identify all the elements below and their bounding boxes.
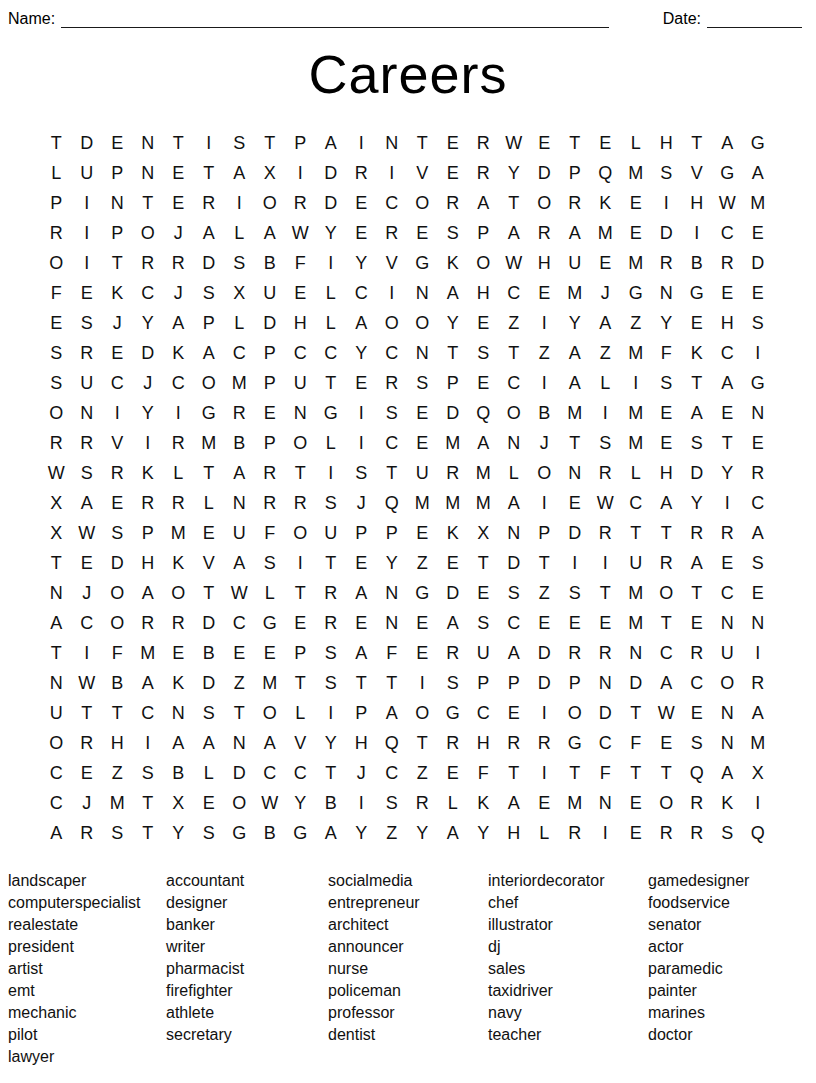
- grid-cell-r10c9: N: [285, 398, 316, 428]
- grid-cell-r23c18: M: [560, 788, 591, 818]
- grid-cell-r24c6: S: [194, 818, 225, 848]
- grid-cell-r20c13: O: [407, 698, 438, 728]
- grid-cell-r12c8: R: [255, 458, 286, 488]
- word-item-foodservice: foodservice: [648, 892, 816, 914]
- word-item-socialmedia: socialmedia: [328, 870, 488, 892]
- grid-cell-r24c9: G: [285, 818, 316, 848]
- word-item-secretary: secretary: [166, 1024, 328, 1046]
- grid-cell-r13c9: R: [285, 488, 316, 518]
- grid-cell-r5c19: E: [590, 248, 621, 278]
- grid-cell-r14c2: W: [72, 518, 103, 548]
- grid-cell-r23c4: T: [133, 788, 164, 818]
- grid-cell-r24c17: L: [529, 818, 560, 848]
- grid-cell-r7c11: A: [346, 308, 377, 338]
- grid-cell-r22c4: S: [133, 758, 164, 788]
- grid-cell-r10c4: Y: [133, 398, 164, 428]
- grid-cell-r12c5: L: [163, 458, 194, 488]
- grid-cell-r19c4: A: [133, 668, 164, 698]
- grid-cell-r23c16: A: [499, 788, 530, 818]
- grid-cell-r8c18: A: [560, 338, 591, 368]
- grid-cell-r10c17: B: [529, 398, 560, 428]
- grid-cell-r19c11: T: [346, 668, 377, 698]
- grid-cell-r11c16: N: [499, 428, 530, 458]
- grid-cell-r22c22: Q: [682, 758, 713, 788]
- grid-cell-r6c9: E: [285, 278, 316, 308]
- word-item-realestate: realestate: [8, 914, 166, 936]
- grid-cell-r1c21: H: [651, 128, 682, 158]
- grid-cell-r14c24: A: [743, 518, 774, 548]
- grid-cell-r14c21: T: [651, 518, 682, 548]
- grid-cell-r24c20: E: [621, 818, 652, 848]
- grid-cell-r15c19: I: [590, 548, 621, 578]
- grid-cell-r8c9: C: [285, 338, 316, 368]
- grid-cell-r13c1: X: [41, 488, 72, 518]
- word-item-artist: artist: [8, 958, 166, 980]
- grid-cell-r3c7: I: [224, 188, 255, 218]
- grid-cell-r16c15: E: [468, 578, 499, 608]
- grid-cell-r10c1: O: [41, 398, 72, 428]
- grid-cell-r19c21: A: [651, 668, 682, 698]
- grid-cell-r16c1: N: [41, 578, 72, 608]
- grid-cell-r14c5: M: [163, 518, 194, 548]
- word-item-lawyer: lawyer: [8, 1046, 166, 1068]
- grid-cell-r18c14: R: [438, 638, 469, 668]
- grid-cell-r23c5: X: [163, 788, 194, 818]
- grid-cell-r22c21: T: [651, 758, 682, 788]
- grid-cell-r2c14: E: [438, 158, 469, 188]
- grid-cell-r13c15: M: [468, 488, 499, 518]
- grid-cell-r11c23: T: [712, 428, 743, 458]
- grid-cell-r20c3: T: [102, 698, 133, 728]
- grid-cell-r8c23: C: [712, 338, 743, 368]
- grid-cell-r6c1: F: [41, 278, 72, 308]
- grid-cell-r23c23: K: [712, 788, 743, 818]
- worksheet-page: Name: Date: Careers TDENTISTPAINTERWETEL…: [0, 0, 816, 1083]
- grid-cell-r14c11: P: [346, 518, 377, 548]
- grid-cell-r12c15: M: [468, 458, 499, 488]
- grid-cell-r23c21: O: [651, 788, 682, 818]
- grid-cell-r12c24: R: [743, 458, 774, 488]
- grid-cell-r21c13: T: [407, 728, 438, 758]
- word-list-column-4: interiordecoratorchefillustratordjsalest…: [488, 870, 648, 1068]
- grid-cell-r5c6: D: [194, 248, 225, 278]
- grid-cell-r17c16: C: [499, 608, 530, 638]
- grid-cell-r5c2: I: [72, 248, 103, 278]
- grid-cell-r11c18: T: [560, 428, 591, 458]
- word-item-pharmacist: pharmacist: [166, 958, 328, 980]
- grid-cell-r1c4: N: [133, 128, 164, 158]
- grid-cell-r21c18: G: [560, 728, 591, 758]
- grid-cell-r17c5: R: [163, 608, 194, 638]
- grid-cell-r21c6: A: [194, 728, 225, 758]
- grid-cell-r5c22: B: [682, 248, 713, 278]
- word-list: landscapercomputerspecialistrealestatepr…: [0, 870, 816, 1068]
- grid-cell-r14c16: N: [499, 518, 530, 548]
- grid-cell-r13c17: I: [529, 488, 560, 518]
- grid-cell-r12c6: T: [194, 458, 225, 488]
- grid-cell-r10c24: N: [743, 398, 774, 428]
- grid-cell-r6c13: N: [407, 278, 438, 308]
- word-item-policeman: policeman: [328, 980, 488, 1002]
- grid-cell-r8c16: T: [499, 338, 530, 368]
- grid-cell-r1c17: E: [529, 128, 560, 158]
- grid-cell-r4c16: A: [499, 218, 530, 248]
- grid-cell-r7c5: A: [163, 308, 194, 338]
- grid-cell-r23c17: E: [529, 788, 560, 818]
- grid-cell-r22c16: T: [499, 758, 530, 788]
- word-item-nurse: nurse: [328, 958, 488, 980]
- grid-cell-r11c11: I: [346, 428, 377, 458]
- grid-cell-r19c19: N: [590, 668, 621, 698]
- grid-cell-r12c17: O: [529, 458, 560, 488]
- grid-cell-r5c15: O: [468, 248, 499, 278]
- grid-cell-r20c24: A: [743, 698, 774, 728]
- word-item-dj: dj: [488, 936, 648, 958]
- grid-cell-r7c3: J: [102, 308, 133, 338]
- grid-cell-r24c21: R: [651, 818, 682, 848]
- grid-cell-r9c5: C: [163, 368, 194, 398]
- grid-cell-r20c19: D: [590, 698, 621, 728]
- grid-cell-r3c1: P: [41, 188, 72, 218]
- grid-cell-r15c4: H: [133, 548, 164, 578]
- grid-cell-r3c10: D: [316, 188, 347, 218]
- grid-cell-r5c5: R: [163, 248, 194, 278]
- grid-cell-r23c24: I: [743, 788, 774, 818]
- word-item-accountant: accountant: [166, 870, 328, 892]
- grid-cell-r6c17: E: [529, 278, 560, 308]
- grid-cell-r15c24: S: [743, 548, 774, 578]
- date-fill-line: [707, 11, 802, 28]
- grid-cell-r15c14: E: [438, 548, 469, 578]
- grid-cell-r16c3: O: [102, 578, 133, 608]
- grid-cell-r24c12: Z: [377, 818, 408, 848]
- grid-cell-r9c21: S: [651, 368, 682, 398]
- grid-cell-r3c21: I: [651, 188, 682, 218]
- word-item-doctor: doctor: [648, 1024, 816, 1046]
- word-item-interiordecorator: interiordecorator: [488, 870, 648, 892]
- grid-cell-r15c5: K: [163, 548, 194, 578]
- word-item-senator: senator: [648, 914, 816, 936]
- grid-cell-r13c20: C: [621, 488, 652, 518]
- grid-cell-r11c9: O: [285, 428, 316, 458]
- grid-cell-r7c12: O: [377, 308, 408, 338]
- grid-cell-r18c17: D: [529, 638, 560, 668]
- grid-cell-r8c15: S: [468, 338, 499, 368]
- name-label: Name:: [8, 10, 55, 28]
- grid-cell-r9c15: E: [468, 368, 499, 398]
- grid-cell-r17c10: R: [316, 608, 347, 638]
- grid-cell-r5c24: D: [743, 248, 774, 278]
- grid-cell-r6c11: C: [346, 278, 377, 308]
- grid-cell-r23c22: R: [682, 788, 713, 818]
- grid-cell-r10c20: M: [621, 398, 652, 428]
- grid-cell-r8c6: A: [194, 338, 225, 368]
- word-item-athlete: athlete: [166, 1002, 328, 1024]
- grid-cell-r17c24: N: [743, 608, 774, 638]
- grid-cell-r3c13: O: [407, 188, 438, 218]
- grid-cell-r18c11: A: [346, 638, 377, 668]
- grid-cell-r13c12: Q: [377, 488, 408, 518]
- word-item-entrepreneur: entrepreneur: [328, 892, 488, 914]
- grid-cell-r18c20: N: [621, 638, 652, 668]
- word-item-illustrator: illustrator: [488, 914, 648, 936]
- grid-cell-r24c22: R: [682, 818, 713, 848]
- grid-cell-r2c5: E: [163, 158, 194, 188]
- grid-cell-r10c23: E: [712, 398, 743, 428]
- grid-cell-r15c3: D: [102, 548, 133, 578]
- grid-cell-r5c13: G: [407, 248, 438, 278]
- grid-cell-r6c2: E: [72, 278, 103, 308]
- grid-cell-r19c20: D: [621, 668, 652, 698]
- grid-cell-r1c5: T: [163, 128, 194, 158]
- grid-cell-r22c20: T: [621, 758, 652, 788]
- grid-cell-r6c10: L: [316, 278, 347, 308]
- grid-cell-r24c1: A: [41, 818, 72, 848]
- grid-cell-r5c18: U: [560, 248, 591, 278]
- grid-cell-r20c4: C: [133, 698, 164, 728]
- grid-cell-r4c10: Y: [316, 218, 347, 248]
- grid-cell-r8c8: P: [255, 338, 286, 368]
- grid-cell-r7c9: H: [285, 308, 316, 338]
- grid-cell-r3c22: H: [682, 188, 713, 218]
- grid-cell-r11c4: I: [133, 428, 164, 458]
- grid-cell-r2c15: R: [468, 158, 499, 188]
- grid-cell-r19c3: B: [102, 668, 133, 698]
- grid-cell-r5c7: S: [224, 248, 255, 278]
- grid-cell-r14c15: X: [468, 518, 499, 548]
- grid-cell-r19c12: T: [377, 668, 408, 698]
- grid-cell-r15c9: I: [285, 548, 316, 578]
- grid-cell-r11c14: M: [438, 428, 469, 458]
- word-search-grid: TDENTISTPAINTERWETELHTAGLUPNETAXIDRIVERY…: [41, 128, 773, 848]
- grid-cell-r13c13: M: [407, 488, 438, 518]
- grid-cell-r2c9: I: [285, 158, 316, 188]
- grid-cell-r16c4: A: [133, 578, 164, 608]
- grid-cell-r21c12: Q: [377, 728, 408, 758]
- grid-cell-r1c6: I: [194, 128, 225, 158]
- grid-cell-r2c10: D: [316, 158, 347, 188]
- grid-cell-r13c5: R: [163, 488, 194, 518]
- grid-cell-r4c21: D: [651, 218, 682, 248]
- grid-cell-r12c2: S: [72, 458, 103, 488]
- grid-cell-r2c17: D: [529, 158, 560, 188]
- grid-cell-r24c7: G: [224, 818, 255, 848]
- grid-cell-r13c8: R: [255, 488, 286, 518]
- grid-cell-r7c7: L: [224, 308, 255, 338]
- grid-cell-r3c4: T: [133, 188, 164, 218]
- grid-cell-r21c15: H: [468, 728, 499, 758]
- grid-cell-r4c8: A: [255, 218, 286, 248]
- grid-cell-r17c6: D: [194, 608, 225, 638]
- grid-cell-r11c17: J: [529, 428, 560, 458]
- grid-cell-r21c24: M: [743, 728, 774, 758]
- grid-cell-r18c5: E: [163, 638, 194, 668]
- grid-cell-r24c18: R: [560, 818, 591, 848]
- grid-cell-r17c4: R: [133, 608, 164, 638]
- grid-cell-r9c2: U: [72, 368, 103, 398]
- grid-cell-r15c15: T: [468, 548, 499, 578]
- grid-cell-r1c2: D: [72, 128, 103, 158]
- grid-cell-r3c9: R: [285, 188, 316, 218]
- grid-cell-r20c5: N: [163, 698, 194, 728]
- grid-cell-r15c6: V: [194, 548, 225, 578]
- grid-cell-r18c15: U: [468, 638, 499, 668]
- grid-cell-r18c18: R: [560, 638, 591, 668]
- grid-cell-r3c19: K: [590, 188, 621, 218]
- grid-cell-r24c19: I: [590, 818, 621, 848]
- grid-cell-r14c20: T: [621, 518, 652, 548]
- grid-cell-r20c11: P: [346, 698, 377, 728]
- grid-cell-r4c22: I: [682, 218, 713, 248]
- grid-cell-r3c14: R: [438, 188, 469, 218]
- grid-cell-r16c12: N: [377, 578, 408, 608]
- grid-cell-r16c13: G: [407, 578, 438, 608]
- grid-cell-r19c8: M: [255, 668, 286, 698]
- grid-cell-r24c4: T: [133, 818, 164, 848]
- grid-cell-r2c22: V: [682, 158, 713, 188]
- grid-cell-r2c4: N: [133, 158, 164, 188]
- grid-cell-r11c1: R: [41, 428, 72, 458]
- grid-cell-r20c10: I: [316, 698, 347, 728]
- grid-cell-r4c3: P: [102, 218, 133, 248]
- grid-cell-r13c6: L: [194, 488, 225, 518]
- grid-cell-r12c4: K: [133, 458, 164, 488]
- grid-cell-r22c2: E: [72, 758, 103, 788]
- grid-cell-r6c6: S: [194, 278, 225, 308]
- grid-cell-r3c6: R: [194, 188, 225, 218]
- grid-cell-r7c13: O: [407, 308, 438, 338]
- grid-cell-r7c18: Y: [560, 308, 591, 338]
- grid-cell-r17c19: E: [590, 608, 621, 638]
- grid-cell-r21c1: O: [41, 728, 72, 758]
- grid-cell-r20c22: E: [682, 698, 713, 728]
- word-list-column-1: landscapercomputerspecialistrealestatepr…: [8, 870, 166, 1068]
- grid-cell-r15c10: T: [316, 548, 347, 578]
- grid-cell-r8c14: T: [438, 338, 469, 368]
- grid-cell-r16c17: Z: [529, 578, 560, 608]
- grid-cell-r5c17: H: [529, 248, 560, 278]
- grid-cell-r17c1: A: [41, 608, 72, 638]
- grid-cell-r17c21: T: [651, 608, 682, 638]
- grid-cell-r3c20: E: [621, 188, 652, 218]
- grid-cell-r17c23: N: [712, 608, 743, 638]
- word-item-dentist: dentist: [328, 1024, 488, 1046]
- grid-cell-r15c11: E: [346, 548, 377, 578]
- grid-cell-r15c18: I: [560, 548, 591, 578]
- grid-cell-r8c20: M: [621, 338, 652, 368]
- grid-cell-r11c2: R: [72, 428, 103, 458]
- grid-cell-r15c16: D: [499, 548, 530, 578]
- grid-cell-r11c6: M: [194, 428, 225, 458]
- grid-cell-r15c22: A: [682, 548, 713, 578]
- grid-cell-r23c12: S: [377, 788, 408, 818]
- grid-cell-r6c19: J: [590, 278, 621, 308]
- grid-cell-r14c8: F: [255, 518, 286, 548]
- grid-cell-r7c21: Y: [651, 308, 682, 338]
- grid-cell-r12c14: R: [438, 458, 469, 488]
- grid-cell-r24c11: Y: [346, 818, 377, 848]
- grid-cell-r6c15: H: [468, 278, 499, 308]
- grid-cell-r1c22: T: [682, 128, 713, 158]
- grid-cell-r20c18: O: [560, 698, 591, 728]
- grid-cell-r10c12: S: [377, 398, 408, 428]
- grid-cell-r5c1: O: [41, 248, 72, 278]
- grid-cell-r18c6: B: [194, 638, 225, 668]
- grid-cell-r7c20: Z: [621, 308, 652, 338]
- grid-cell-r3c16: T: [499, 188, 530, 218]
- grid-cell-r23c13: R: [407, 788, 438, 818]
- grid-cell-r18c7: E: [224, 638, 255, 668]
- grid-cell-r13c14: M: [438, 488, 469, 518]
- grid-cell-r7c4: Y: [133, 308, 164, 338]
- grid-cell-r1c15: R: [468, 128, 499, 158]
- grid-cell-r16c8: L: [255, 578, 286, 608]
- word-item-paramedic: paramedic: [648, 958, 816, 980]
- grid-cell-r15c2: E: [72, 548, 103, 578]
- grid-cell-r4c18: A: [560, 218, 591, 248]
- grid-cell-r18c13: E: [407, 638, 438, 668]
- grid-cell-r18c8: E: [255, 638, 286, 668]
- grid-cell-r4c9: W: [285, 218, 316, 248]
- grid-cell-r9c6: O: [194, 368, 225, 398]
- grid-cell-r17c12: N: [377, 608, 408, 638]
- grid-cell-r17c8: G: [255, 608, 286, 638]
- grid-cell-r17c14: A: [438, 608, 469, 638]
- grid-cell-r8c19: Z: [590, 338, 621, 368]
- grid-cell-r21c4: I: [133, 728, 164, 758]
- grid-cell-r14c6: E: [194, 518, 225, 548]
- grid-cell-r12c12: T: [377, 458, 408, 488]
- grid-cell-r4c1: R: [41, 218, 72, 248]
- grid-cell-r9c7: M: [224, 368, 255, 398]
- grid-cell-r10c18: M: [560, 398, 591, 428]
- word-list-column-5: gamedesignerfoodservicesenatoractorparam…: [648, 870, 816, 1068]
- grid-cell-r22c6: L: [194, 758, 225, 788]
- grid-cell-r7c14: Y: [438, 308, 469, 338]
- grid-cell-r8c13: N: [407, 338, 438, 368]
- grid-cell-r12c1: W: [41, 458, 72, 488]
- grid-cell-r14c10: U: [316, 518, 347, 548]
- grid-cell-r10c3: I: [102, 398, 133, 428]
- grid-cell-r8c22: K: [682, 338, 713, 368]
- grid-cell-r16c5: O: [163, 578, 194, 608]
- grid-cell-r12c22: D: [682, 458, 713, 488]
- grid-cell-r14c12: P: [377, 518, 408, 548]
- grid-cell-r17c17: E: [529, 608, 560, 638]
- grid-cell-r16c14: D: [438, 578, 469, 608]
- grid-cell-r4c20: E: [621, 218, 652, 248]
- grid-cell-r16c21: O: [651, 578, 682, 608]
- grid-cell-r4c12: R: [377, 218, 408, 248]
- grid-cell-r17c20: M: [621, 608, 652, 638]
- grid-cell-r8c7: C: [224, 338, 255, 368]
- grid-cell-r14c3: S: [102, 518, 133, 548]
- grid-cell-r19c24: R: [743, 668, 774, 698]
- grid-cell-r12c19: R: [590, 458, 621, 488]
- word-item-landscaper: landscaper: [8, 870, 166, 892]
- grid-cell-r4c6: A: [194, 218, 225, 248]
- grid-cell-r9c13: S: [407, 368, 438, 398]
- grid-cell-r20c1: U: [41, 698, 72, 728]
- grid-cell-r3c3: N: [102, 188, 133, 218]
- grid-cell-r19c9: T: [285, 668, 316, 698]
- grid-cell-r2c20: M: [621, 158, 652, 188]
- grid-cell-r11c10: L: [316, 428, 347, 458]
- grid-cell-r24c14: A: [438, 818, 469, 848]
- grid-cell-r24c16: H: [499, 818, 530, 848]
- grid-cell-r11c3: V: [102, 428, 133, 458]
- grid-cell-r13c22: Y: [682, 488, 713, 518]
